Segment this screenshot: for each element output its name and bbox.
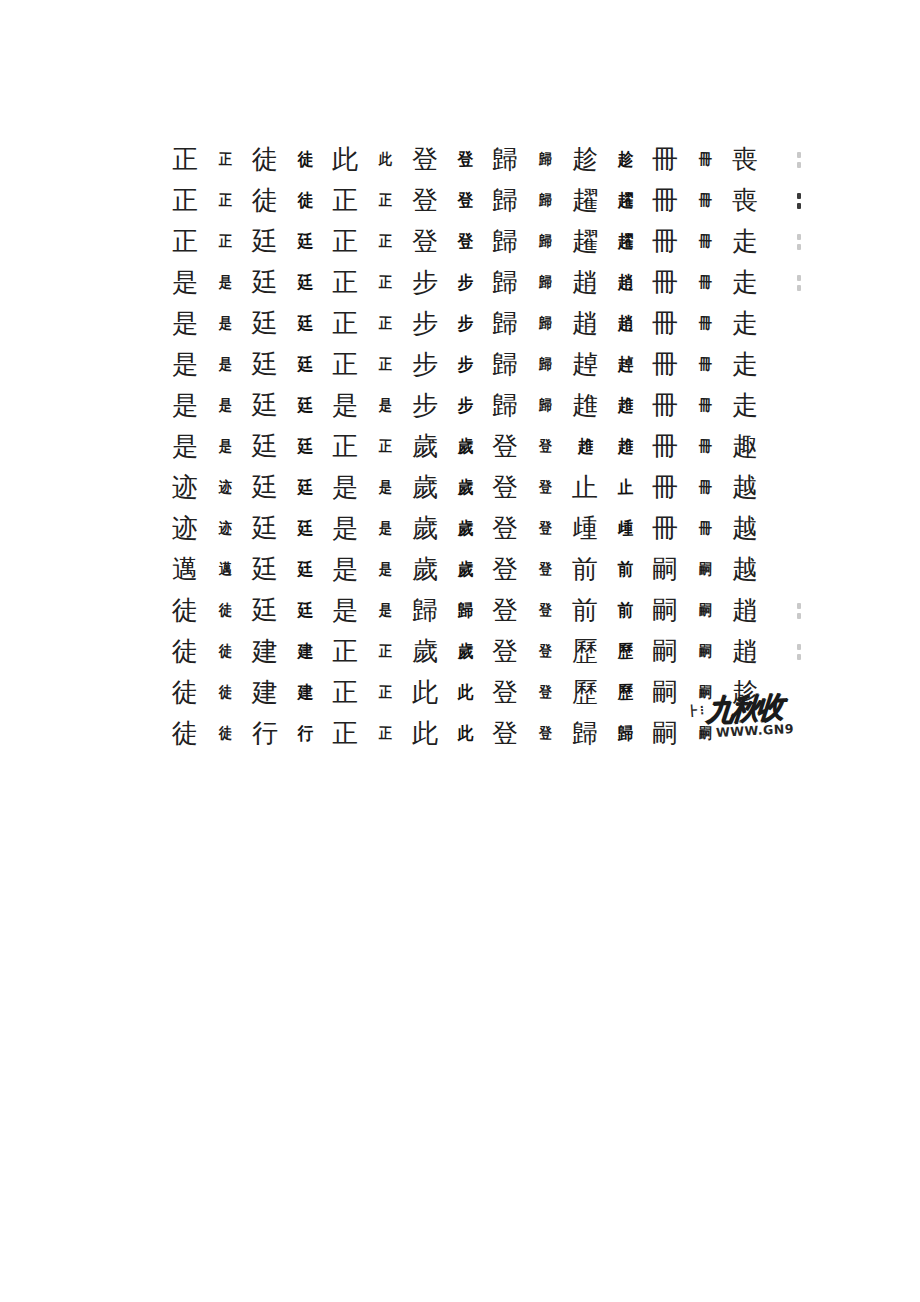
grid-cell: 此 — [446, 712, 483, 755]
grid-cell: 歲 — [446, 548, 483, 591]
grid-cell: 廷 — [286, 302, 323, 345]
grid-cell: 是 — [165, 303, 205, 344]
grid-cell: 冊 — [687, 180, 723, 222]
grid-cell: 步 — [405, 303, 445, 344]
grid-cell: 行 — [245, 713, 285, 754]
grid-cell: 歸 — [527, 262, 563, 304]
grid-cell: 歸 — [485, 180, 525, 221]
grid-cell: 廷 — [286, 261, 323, 304]
grid-cell: 登 — [527, 672, 563, 714]
grid-cell: 是 — [207, 426, 243, 468]
grid-cell: 是 — [325, 508, 365, 549]
grid-cell — [765, 262, 805, 303]
grid-cell: 歲 — [446, 630, 483, 673]
grid-cell: 歸 — [485, 262, 525, 303]
grid-cell: 正 — [367, 631, 403, 673]
grid-cell: 嗣 — [687, 549, 723, 591]
grid-cell: 廷 — [286, 220, 323, 263]
grid-cell: 趙 — [725, 590, 765, 631]
grid-cell: 歲 — [405, 549, 445, 590]
grid-cell: 廷 — [245, 467, 285, 508]
grid-cell: 徒 — [286, 138, 323, 181]
grid-cell: 徒 — [165, 713, 205, 754]
grid-cell: 是 — [367, 590, 403, 632]
grid-cell: 趙 — [565, 303, 605, 344]
grid-cell: 是 — [165, 426, 205, 467]
grid-cell: 趙 — [606, 302, 643, 345]
grid-cell: 趡 — [606, 384, 643, 427]
grid-cell: 歲 — [446, 425, 483, 468]
grid-cell: 正 — [367, 713, 403, 755]
grid-cell: 步 — [446, 384, 483, 427]
grid-cell: 前 — [606, 548, 643, 591]
grid-cell: 嗣 — [645, 549, 685, 590]
grid-cell: 走 — [725, 385, 765, 426]
grid-cell: 冊 — [687, 221, 723, 263]
grid-cell: 廷 — [245, 385, 285, 426]
grid-cell: 趡 — [606, 425, 643, 468]
grid-cell: 登 — [527, 713, 563, 755]
grid-cell: 登 — [485, 672, 525, 713]
grid-cell: 是 — [325, 467, 365, 508]
grid-cell: 止 — [606, 466, 643, 509]
grid-cell: 歲 — [405, 508, 445, 549]
grid-cell: 歸 — [405, 590, 445, 631]
grid-cell: 登 — [485, 467, 525, 508]
grid-cell: 是 — [367, 385, 403, 427]
grid-cell: 此 — [446, 671, 483, 714]
grid-cell: 是 — [165, 262, 205, 303]
grid-cell: 趙 — [725, 631, 765, 672]
grid-cell: 徒 — [165, 631, 205, 672]
grid-cell: 歸 — [527, 221, 563, 263]
grid-cell: 建 — [286, 630, 323, 673]
grid-cell: 步 — [446, 343, 483, 386]
grid-cell: 廷 — [245, 344, 285, 385]
grid-cell: 歷 — [565, 672, 605, 713]
grid-cell: 走 — [725, 221, 765, 262]
grid-cell: 前 — [606, 589, 643, 632]
grid-cell: 歸 — [527, 344, 563, 386]
grid-cell: 徒 — [207, 631, 243, 673]
grid-cell: 冊 — [645, 180, 685, 221]
grid-cell: 登 — [485, 508, 525, 549]
grid-cell: 正 — [367, 426, 403, 468]
grid-cell: 正 — [367, 672, 403, 714]
grid-cell: 冊 — [645, 508, 685, 549]
grid-cell: 正 — [165, 139, 205, 180]
grid-cell: 登 — [446, 220, 483, 263]
grid-cell: 冊 — [687, 344, 723, 386]
watermark-url-text: WWW.GN9 — [716, 721, 795, 740]
grid-cell: 冊 — [687, 467, 723, 509]
grid-cell: 歸 — [485, 221, 525, 262]
grid-cell: 登 — [485, 590, 525, 631]
grid-cell: 歲 — [446, 466, 483, 509]
grid-cell: 歸 — [606, 712, 643, 755]
grid-cell: 登 — [405, 180, 445, 221]
grid-cell: 登 — [485, 549, 525, 590]
grid-cell — [765, 549, 805, 590]
grid-cell: 是 — [207, 262, 243, 304]
grid-cell: 冊 — [645, 139, 685, 180]
grid-cell: 趯 — [606, 220, 643, 263]
grid-cell: 正 — [165, 221, 205, 262]
grid-cell: 邁 — [207, 549, 243, 591]
grid-cell: 登 — [485, 426, 525, 467]
grid-cell: 正 — [325, 631, 365, 672]
grid-cell: 是 — [325, 590, 365, 631]
grid-cell: 嗣 — [645, 631, 685, 672]
cut-off-glyph-fragment — [797, 275, 801, 291]
grid-cell: 廷 — [245, 508, 285, 549]
grid-cell: 正 — [325, 303, 365, 344]
grid-cell: 正 — [325, 221, 365, 262]
grid-cell: 喪 — [725, 139, 765, 180]
grid-cell: 正 — [207, 180, 243, 222]
grid-cell: 廷 — [286, 589, 323, 632]
grid-cell: 正 — [367, 221, 403, 263]
grid-cell: 正 — [367, 262, 403, 304]
grid-cell: 建 — [286, 671, 323, 714]
grid-cell — [765, 180, 805, 221]
cut-off-glyph-fragment — [797, 644, 801, 660]
grid-cell: 此 — [325, 139, 365, 180]
grid-cell: 歸 — [565, 713, 605, 754]
grid-cell — [765, 631, 805, 672]
grid-cell: 前 — [565, 590, 605, 631]
grid-cell: 歸 — [485, 385, 525, 426]
grid-cell: 徒 — [286, 179, 323, 222]
grid-cell: 嗣 — [687, 590, 723, 632]
grid-cell: 歸 — [527, 180, 563, 222]
grid-cell: 冊 — [687, 508, 723, 550]
cut-off-glyph-fragment — [797, 234, 801, 250]
grid-cell — [765, 303, 805, 344]
grid-cell: 正 — [207, 221, 243, 263]
grid-cell: 此 — [367, 139, 403, 181]
grid-cell: 迹 — [165, 467, 205, 508]
grid-cell: 歸 — [527, 139, 563, 181]
grid-cell: 正 — [325, 426, 365, 467]
grid-cell: 登 — [527, 467, 563, 509]
grid-cell: 徒 — [207, 590, 243, 632]
grid-cell: 正 — [325, 713, 365, 754]
grid-cell — [765, 426, 805, 467]
grid-cell: 廷 — [286, 548, 323, 591]
grid-cell: 歸 — [527, 303, 563, 345]
grid-cell: 徒 — [245, 139, 285, 180]
grid-cell: 歸 — [485, 139, 525, 180]
grid-cell: 步 — [446, 302, 483, 345]
grid-cell: 趡 — [565, 385, 605, 426]
grid-cell: 廷 — [245, 590, 285, 631]
grid-cell: 迹 — [165, 508, 205, 549]
grid-cell: 喪 — [725, 180, 765, 221]
grid-cell: 正 — [325, 672, 365, 713]
cut-off-glyph-fragment — [797, 152, 801, 168]
grid-cell: 嗣 — [645, 672, 685, 713]
grid-cell: 趙 — [606, 261, 643, 304]
grid-cell: 登 — [527, 426, 563, 468]
grid-cell: 越 — [725, 549, 765, 590]
grid-cell: 登 — [446, 138, 483, 181]
grid-cell: 冊 — [645, 467, 685, 508]
grid-cell: 歸 — [485, 344, 525, 385]
grid-cell: 趯 — [606, 179, 643, 222]
grid-cell: 冊 — [687, 385, 723, 427]
grid-cell: 歸 — [446, 589, 483, 632]
grid-cell: 止 — [565, 467, 605, 508]
grid-cell: 冊 — [687, 262, 723, 304]
grid-cell: 迹 — [207, 508, 243, 550]
grid-cell: 歸 — [527, 385, 563, 427]
grid-cell: 是 — [325, 549, 365, 590]
grid-cell: 是 — [165, 385, 205, 426]
grid-cell: 趯 — [565, 221, 605, 262]
grid-cell: 廷 — [245, 262, 285, 303]
grid-cell: 冊 — [687, 426, 723, 468]
grid-cell: 登 — [527, 590, 563, 632]
grid-cell: 正 — [325, 180, 365, 221]
grid-cell: 冊 — [687, 139, 723, 181]
grid-cell: 廷 — [286, 507, 323, 550]
grid-cell: 越 — [725, 508, 765, 549]
grid-cell: 徒 — [207, 713, 243, 755]
grid-cell: 迹 — [207, 467, 243, 509]
grid-cell: 歲 — [446, 507, 483, 550]
grid-cell: 廷 — [245, 426, 285, 467]
grid-cell: 正 — [165, 180, 205, 221]
grid-cell: 歱 — [565, 508, 605, 549]
grid-cell: 建 — [245, 672, 285, 713]
grid-cell: 步 — [405, 385, 445, 426]
grid-cell: 行 — [286, 712, 323, 755]
grid-cell: 歲 — [405, 467, 445, 508]
grid-cell: 走 — [725, 303, 765, 344]
grid-cell: 正 — [367, 180, 403, 222]
grid-cell: 徒 — [165, 672, 205, 713]
grid-cell: 邁 — [165, 549, 205, 590]
grid-cell: 前 — [565, 549, 605, 590]
grid-cell — [765, 590, 805, 631]
grid-cell: 步 — [446, 261, 483, 304]
grid-cell: 是 — [207, 303, 243, 345]
grid-cell: 登 — [446, 179, 483, 222]
grid-cell: 趣 — [725, 426, 765, 467]
scanned-page: 正正徒徒此此登登歸歸趁趁冊冊喪正正徒徒正正登登歸歸趯趯冊冊喪正正廷廷正正登登歸歸… — [0, 0, 920, 1302]
grid-cell: 徒 — [207, 672, 243, 714]
grid-cell: 趠 — [606, 343, 643, 386]
character-grid: 正正徒徒此此登登歸歸趁趁冊冊喪正正徒徒正正登登歸歸趯趯冊冊喪正正廷廷正正登登歸歸… — [165, 139, 805, 754]
grid-cell: 嗣 — [687, 631, 723, 673]
grid-cell: 登 — [527, 549, 563, 591]
grid-cell — [765, 344, 805, 385]
grid-cell: 廷 — [286, 343, 323, 386]
grid-cell: 冊 — [687, 303, 723, 345]
grid-cell — [765, 385, 805, 426]
grid-cell: 登 — [485, 631, 525, 672]
grid-cell: 是 — [367, 467, 403, 509]
grid-cell: 廷 — [286, 466, 323, 509]
grid-cell: 此 — [405, 672, 445, 713]
grid-cell: 登 — [485, 713, 525, 754]
grid-cell: 是 — [165, 344, 205, 385]
grid-cell: 趡 — [566, 425, 603, 468]
grid-cell: 冊 — [645, 221, 685, 262]
grid-cell: 徒 — [165, 590, 205, 631]
grid-cell: 嗣 — [645, 713, 685, 754]
grid-cell: 趙 — [565, 262, 605, 303]
grid-cell: 歸 — [485, 303, 525, 344]
grid-cell: 冊 — [645, 385, 685, 426]
grid-cell: 冊 — [645, 344, 685, 385]
grid-cell: 冊 — [645, 303, 685, 344]
grid-cell: 是 — [367, 549, 403, 591]
grid-cell: 歱 — [606, 507, 643, 550]
grid-cell: 是 — [367, 508, 403, 550]
grid-cell: 歷 — [606, 630, 643, 673]
grid-cell: 是 — [207, 385, 243, 427]
grid-cell: 走 — [725, 262, 765, 303]
grid-cell: 廷 — [245, 303, 285, 344]
grid-cell — [765, 508, 805, 549]
grid-cell: 是 — [325, 385, 365, 426]
grid-cell: 趯 — [565, 180, 605, 221]
grid-cell: 廷 — [286, 384, 323, 427]
grid-cell: 登 — [405, 221, 445, 262]
grid-cell: 建 — [245, 631, 285, 672]
watermark-glyph-fragment: ⺊⁝ — [687, 701, 703, 720]
grid-cell — [765, 467, 805, 508]
grid-cell: 歲 — [405, 631, 445, 672]
grid-cell: 正 — [367, 344, 403, 386]
grid-cell: 步 — [405, 262, 445, 303]
grid-cell: 趠 — [565, 344, 605, 385]
grid-cell: 越 — [725, 467, 765, 508]
grid-cell: 趁 — [606, 138, 643, 181]
grid-cell: 嗣 — [645, 590, 685, 631]
grid-cell: 歷 — [565, 631, 605, 672]
grid-cell: 徒 — [245, 180, 285, 221]
grid-cell: 歷 — [606, 671, 643, 714]
grid-cell: 走 — [725, 344, 765, 385]
grid-cell — [765, 221, 805, 262]
grid-cell: 此 — [405, 713, 445, 754]
grid-cell: 正 — [207, 139, 243, 181]
grid-cell: 登 — [405, 139, 445, 180]
cut-off-glyph-fragment — [797, 193, 801, 209]
grid-cell: 廷 — [245, 549, 285, 590]
grid-cell: 廷 — [286, 425, 323, 468]
grid-cell: 登 — [527, 508, 563, 550]
grid-cell: 是 — [207, 344, 243, 386]
grid-cell — [765, 139, 805, 180]
watermark: ⺊⁝ 九秋收 WWW.GN9 — [686, 690, 836, 752]
grid-cell: 正 — [367, 303, 403, 345]
grid-cell: 廷 — [245, 221, 285, 262]
grid-cell: 趁 — [565, 139, 605, 180]
grid-cell: 冊 — [645, 426, 685, 467]
grid-cell: 歲 — [405, 426, 445, 467]
grid-cell: 正 — [325, 262, 365, 303]
grid-cell: 步 — [405, 344, 445, 385]
grid-cell: 登 — [527, 631, 563, 673]
cut-off-glyph-fragment — [797, 603, 801, 619]
grid-cell: 正 — [325, 344, 365, 385]
grid-cell: 冊 — [645, 262, 685, 303]
